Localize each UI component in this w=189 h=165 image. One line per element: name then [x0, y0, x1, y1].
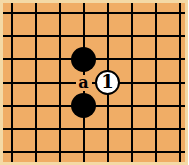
- go-board-diagram: a1: [0, 0, 188, 165]
- board-point: [144, 71, 168, 94]
- board-point: [0, 141, 24, 164]
- board-point: [24, 25, 48, 48]
- board-point: [24, 117, 48, 140]
- board-point: [96, 48, 120, 71]
- board-point: [96, 25, 120, 48]
- board-point: [72, 117, 96, 140]
- board-point: [168, 117, 189, 140]
- board-point: [48, 141, 72, 164]
- board-point: [120, 141, 144, 164]
- move-number: 1: [101, 73, 114, 91]
- board-point: [120, 1, 144, 24]
- board-point: [168, 48, 189, 71]
- board-point: [120, 48, 144, 71]
- board-point: [144, 141, 168, 164]
- board-point: [72, 25, 96, 48]
- board-point: [96, 1, 120, 24]
- board-point: [24, 48, 48, 71]
- board-point: [168, 1, 189, 24]
- board-point: [144, 25, 168, 48]
- board-point: [48, 1, 72, 24]
- board-point: [72, 48, 96, 71]
- board-point: [48, 48, 72, 71]
- board-point: [144, 48, 168, 71]
- board-point: [144, 117, 168, 140]
- board-point: 1: [96, 71, 120, 94]
- black-stone: [71, 93, 96, 118]
- board-point: [168, 71, 189, 94]
- board-point: [72, 141, 96, 164]
- board-point: [24, 94, 48, 117]
- board-point: [168, 141, 189, 164]
- board-point: [0, 1, 24, 24]
- board-point: [96, 141, 120, 164]
- board-point: [72, 1, 96, 24]
- board-point: [48, 94, 72, 117]
- board-point: [120, 117, 144, 140]
- board-point: [0, 25, 24, 48]
- black-stone: [71, 47, 96, 72]
- board-point: [144, 94, 168, 117]
- board-point: [168, 25, 189, 48]
- board-point: [96, 94, 120, 117]
- board-point: [0, 117, 24, 140]
- board-point: [120, 71, 144, 94]
- board-point: [48, 25, 72, 48]
- board-point: [96, 117, 120, 140]
- board-point: [168, 94, 189, 117]
- board-point: [120, 94, 144, 117]
- board-point: [0, 48, 24, 71]
- point-label-patch: a: [76, 75, 92, 91]
- board-point: [24, 71, 48, 94]
- board-point: [144, 1, 168, 24]
- white-stone-1: 1: [95, 70, 120, 95]
- board-point: [48, 71, 72, 94]
- board-point: [24, 141, 48, 164]
- board-point: [24, 1, 48, 24]
- board-point: a: [72, 71, 96, 94]
- board-point: [72, 94, 96, 117]
- point-label-a: a: [78, 75, 88, 91]
- board-point: [0, 94, 24, 117]
- board-lattice: a1: [0, 1, 188, 163]
- board-point: [120, 25, 144, 48]
- board-point: [0, 71, 24, 94]
- board-point: [48, 117, 72, 140]
